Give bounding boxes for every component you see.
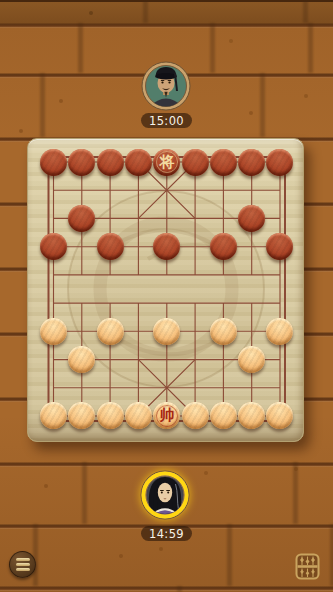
hidden-dark-piece[interactable]: [153, 233, 180, 260]
plank-joint: [260, 73, 265, 137]
hidden-dark-piece[interactable]: [68, 205, 95, 232]
piece-layer: 将帅: [28, 139, 303, 441]
opponent-timer-value: 15:00: [149, 114, 184, 128]
player-timer: 14:59: [141, 526, 192, 541]
hidden-dark-piece[interactable]: [97, 149, 124, 176]
hidden-light-piece[interactable]: [68, 402, 95, 429]
hidden-dark-piece[interactable]: [68, 149, 95, 176]
abacus-button[interactable]: [295, 553, 320, 580]
dark-general-piece[interactable]: 将: [153, 149, 180, 176]
plank-joint: [293, 462, 298, 524]
hidden-light-piece[interactable]: [266, 318, 293, 345]
hidden-dark-piece[interactable]: [40, 233, 67, 260]
hidden-dark-piece[interactable]: [238, 149, 265, 176]
hamburger-menu-icon: [16, 558, 30, 571]
plank-joint: [143, 0, 148, 23]
plank-joint: [40, 73, 45, 137]
hidden-dark-piece[interactable]: [210, 233, 237, 260]
plank-joint: [78, 23, 83, 73]
hidden-dark-piece[interactable]: [40, 149, 67, 176]
hidden-dark-piece[interactable]: [266, 149, 293, 176]
hidden-dark-piece[interactable]: [238, 205, 265, 232]
plank-joint: [82, 462, 87, 524]
hidden-light-piece[interactable]: [182, 402, 209, 429]
plank-seam: [0, 462, 333, 467]
hidden-light-piece[interactable]: [238, 346, 265, 373]
hidden-light-piece[interactable]: [153, 318, 180, 345]
hidden-light-piece[interactable]: [210, 318, 237, 345]
hidden-light-piece[interactable]: [125, 402, 152, 429]
plank-joint: [210, 23, 215, 73]
opponent-timer: 15:00: [141, 113, 192, 128]
player-timer-value: 14:59: [149, 527, 184, 541]
player-avatar[interactable]: [140, 470, 190, 520]
opponent-portrait-icon: [141, 61, 191, 111]
hidden-light-piece[interactable]: [266, 402, 293, 429]
hidden-dark-piece[interactable]: [125, 149, 152, 176]
hidden-light-piece[interactable]: [238, 402, 265, 429]
menu-button[interactable]: [9, 551, 36, 578]
xiangqi-board[interactable]: 将帅: [27, 138, 304, 442]
plank-joint: [177, 586, 182, 592]
plank-row-top: [0, 0, 333, 25]
plank-joint: [33, 524, 38, 586]
hidden-light-piece[interactable]: [97, 318, 124, 345]
light-general-piece[interactable]: 帅: [153, 402, 180, 429]
opponent-avatar[interactable]: [141, 61, 191, 111]
player-portrait-icon: [140, 470, 190, 520]
hidden-dark-piece[interactable]: [97, 233, 124, 260]
plank-joint: [227, 524, 232, 586]
hidden-light-piece[interactable]: [40, 402, 67, 429]
hidden-dark-piece[interactable]: [210, 149, 237, 176]
plank-seam: [0, 23, 333, 28]
plank-joint: [308, 23, 313, 73]
hidden-light-piece[interactable]: [40, 318, 67, 345]
hidden-dark-piece[interactable]: [266, 233, 293, 260]
hidden-light-piece[interactable]: [68, 346, 95, 373]
wood-speckles: [0, 0, 2, 2]
abacus-icon: [295, 553, 320, 580]
hidden-light-piece[interactable]: [210, 402, 237, 429]
hidden-dark-piece[interactable]: [182, 149, 209, 176]
hidden-light-piece[interactable]: [97, 402, 124, 429]
game-screen: 15:00: [0, 0, 333, 592]
plank-seam: [0, 586, 333, 591]
plank-joint: [303, 0, 308, 23]
